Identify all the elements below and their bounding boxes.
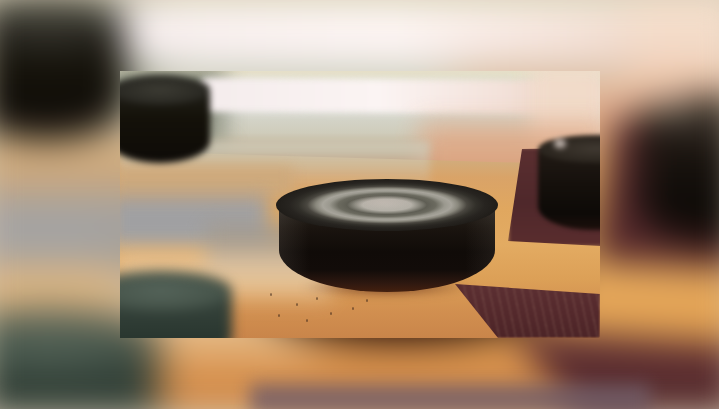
checker-piece-mid-right [538, 135, 600, 237]
dust-speck [330, 312, 332, 315]
dust-speck [306, 319, 308, 322]
checker-top-face [276, 179, 498, 231]
dust-speck [278, 314, 280, 317]
board-far-square-band [120, 167, 294, 197]
checker-piece-center [276, 179, 498, 295]
backdrop-dark-bottom-band [250, 384, 650, 409]
dust-speck [259, 359, 262, 364]
dust-speck [347, 365, 350, 370]
dust-speck [231, 376, 234, 381]
dust-speck [270, 293, 272, 296]
photo-viewer [0, 0, 719, 409]
dust-speck [352, 307, 354, 310]
checker-piece-back-left [120, 75, 210, 165]
dust-speck [312, 373, 315, 378]
dust-speck [296, 303, 298, 306]
checker-piece-back-left [0, 1, 124, 142]
checker-piece-front-left [120, 271, 232, 338]
photo-inset [120, 71, 600, 338]
dust-speck [218, 343, 221, 348]
checkers-scene [120, 71, 600, 338]
checker-piece-mid-right [639, 95, 719, 255]
